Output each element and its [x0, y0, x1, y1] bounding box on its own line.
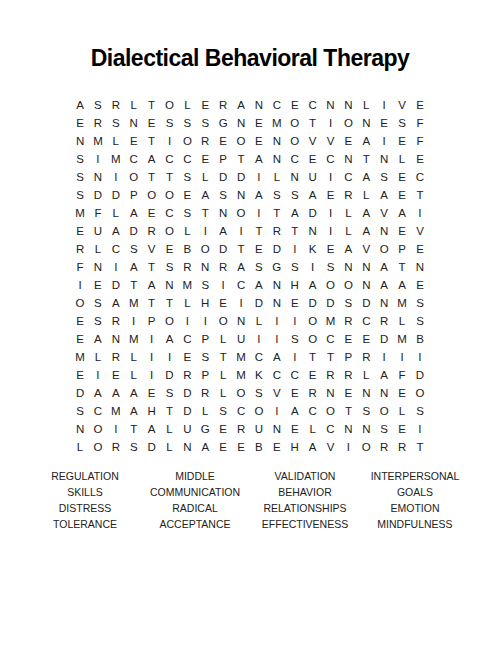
grid-cell-r6c3[interactable]: D [107, 186, 125, 204]
grid-cell-r1c7[interactable]: L [178, 96, 196, 114]
grid-cell-r9c20[interactable]: E [411, 240, 429, 258]
grid-cell-r5c15[interactable]: I [322, 168, 340, 186]
grid-cell-r4c11[interactable]: A [250, 150, 268, 168]
grid-cell-r5c13[interactable]: N [286, 168, 304, 186]
grid-cell-r17c3[interactable]: A [107, 384, 125, 402]
grid-cell-r5c3[interactable]: I [107, 168, 125, 186]
grid-cell-r3c14[interactable]: V [304, 132, 322, 150]
grid-cell-r9c3[interactable]: C [107, 240, 125, 258]
grid-cell-r3c10[interactable]: O [232, 132, 250, 150]
grid-cell-r18c15[interactable]: O [322, 402, 340, 420]
grid-cell-r7c9[interactable]: N [214, 204, 232, 222]
grid-cell-r12c11[interactable]: D [250, 294, 268, 312]
grid-cell-r6c12[interactable]: S [268, 186, 286, 204]
grid-cell-r4c6[interactable]: C [161, 150, 179, 168]
grid-cell-r6c5[interactable]: O [143, 186, 161, 204]
grid-cell-r13c6[interactable]: O [161, 312, 179, 330]
grid-cell-r14c7[interactable]: C [178, 330, 196, 348]
grid-cell-r6c19[interactable]: E [393, 186, 411, 204]
grid-cell-r5c16[interactable]: C [339, 168, 357, 186]
grid-cell-r6c17[interactable]: L [357, 186, 375, 204]
grid-cell-r2c12[interactable]: M [268, 114, 286, 132]
grid-cell-r17c20[interactable]: O [411, 384, 429, 402]
grid-cell-r3c1[interactable]: N [71, 132, 89, 150]
grid-cell-r19c13[interactable]: E [286, 420, 304, 438]
grid-cell-r8c4[interactable]: D [125, 222, 143, 240]
grid-cell-r16c1[interactable]: E [71, 366, 89, 384]
grid-cell-r17c5[interactable]: E [143, 384, 161, 402]
grid-cell-r16c15[interactable]: R [322, 366, 340, 384]
grid-cell-r9c19[interactable]: P [393, 240, 411, 258]
grid-cell-r14c3[interactable]: N [107, 330, 125, 348]
grid-cell-r18c17[interactable]: S [357, 402, 375, 420]
grid-cell-r3c16[interactable]: E [339, 132, 357, 150]
grid-cell-r19c19[interactable]: E [393, 420, 411, 438]
grid-cell-r9c8[interactable]: O [196, 240, 214, 258]
grid-cell-r3c9[interactable]: E [214, 132, 232, 150]
grid-cell-r16c2[interactable]: I [89, 366, 107, 384]
grid-cell-r13c8[interactable]: I [196, 312, 214, 330]
grid-cell-r8c6[interactable]: O [161, 222, 179, 240]
grid-cell-r19c16[interactable]: N [339, 420, 357, 438]
grid-cell-r12c19[interactable]: M [393, 294, 411, 312]
grid-cell-r19c3[interactable]: I [107, 420, 125, 438]
grid-cell-r17c11[interactable]: S [250, 384, 268, 402]
grid-cell-r2c20[interactable]: F [411, 114, 429, 132]
grid-cell-r14c4[interactable]: M [125, 330, 143, 348]
grid-cell-r6c16[interactable]: R [339, 186, 357, 204]
grid-cell-r3c20[interactable]: F [411, 132, 429, 150]
grid-cell-r14c18[interactable]: D [375, 330, 393, 348]
grid-cell-r17c4[interactable]: A [125, 384, 143, 402]
grid-cell-r2c6[interactable]: S [161, 114, 179, 132]
grid-cell-r13c5[interactable]: P [143, 312, 161, 330]
grid-cell-r19c11[interactable]: U [250, 420, 268, 438]
grid-cell-r5c20[interactable]: C [411, 168, 429, 186]
grid-cell-r3c15[interactable]: V [322, 132, 340, 150]
grid-cell-r5c9[interactable]: D [214, 168, 232, 186]
grid-cell-r3c11[interactable]: E [250, 132, 268, 150]
grid-cell-r4c12[interactable]: N [268, 150, 286, 168]
grid-cell-r6c20[interactable]: T [411, 186, 429, 204]
grid-cell-r3c19[interactable]: E [393, 132, 411, 150]
grid-cell-r9c6[interactable]: E [161, 240, 179, 258]
grid-cell-r7c14[interactable]: D [304, 204, 322, 222]
grid-cell-r10c20[interactable]: N [411, 258, 429, 276]
grid-cell-r20c20[interactable]: T [411, 438, 429, 456]
grid-cell-r1c3[interactable]: R [107, 96, 125, 114]
grid-cell-r5c11[interactable]: I [250, 168, 268, 186]
grid-cell-r8c16[interactable]: L [339, 222, 357, 240]
grid-cell-r10c9[interactable]: R [214, 258, 232, 276]
grid-cell-r8c5[interactable]: R [143, 222, 161, 240]
grid-cell-r17c12[interactable]: V [268, 384, 286, 402]
grid-cell-r18c12[interactable]: I [268, 402, 286, 420]
grid-cell-r8c12[interactable]: R [268, 222, 286, 240]
grid-cell-r20c11[interactable]: B [250, 438, 268, 456]
grid-cell-r9c11[interactable]: E [250, 240, 268, 258]
grid-cell-r2c8[interactable]: S [196, 114, 214, 132]
grid-cell-r19c15[interactable]: C [322, 420, 340, 438]
grid-cell-r8c19[interactable]: E [393, 222, 411, 240]
grid-cell-r8c15[interactable]: I [322, 222, 340, 240]
grid-cell-r17c14[interactable]: R [304, 384, 322, 402]
grid-cell-r2c10[interactable]: N [232, 114, 250, 132]
grid-cell-r11c7[interactable]: M [178, 276, 196, 294]
grid-cell-r2c17[interactable]: N [357, 114, 375, 132]
grid-cell-r20c6[interactable]: L [161, 438, 179, 456]
grid-cell-r19c6[interactable]: L [161, 420, 179, 438]
grid-cell-r3c8[interactable]: R [196, 132, 214, 150]
grid-cell-r9c18[interactable]: O [375, 240, 393, 258]
grid-cell-r13c11[interactable]: L [250, 312, 268, 330]
grid-cell-r16c12[interactable]: C [268, 366, 286, 384]
grid-cell-r14c14[interactable]: O [304, 330, 322, 348]
grid-cell-r16c17[interactable]: L [357, 366, 375, 384]
grid-cell-r2c15[interactable]: I [322, 114, 340, 132]
grid-cell-r15c12[interactable]: A [268, 348, 286, 366]
grid-cell-r11c5[interactable]: A [143, 276, 161, 294]
grid-cell-r10c2[interactable]: N [89, 258, 107, 276]
grid-cell-r12c5[interactable]: T [143, 294, 161, 312]
grid-cell-r6c7[interactable]: E [178, 186, 196, 204]
grid-cell-r7c4[interactable]: A [125, 204, 143, 222]
grid-cell-r14c13[interactable]: S [286, 330, 304, 348]
grid-cell-r11c10[interactable]: C [232, 276, 250, 294]
grid-cell-r9c15[interactable]: E [322, 240, 340, 258]
grid-cell-r16c6[interactable]: D [161, 366, 179, 384]
grid-cell-r9c17[interactable]: V [357, 240, 375, 258]
grid-cell-r17c1[interactable]: D [71, 384, 89, 402]
grid-cell-r7c19[interactable]: A [393, 204, 411, 222]
grid-cell-r1c6[interactable]: O [161, 96, 179, 114]
grid-cell-r5c4[interactable]: O [125, 168, 143, 186]
grid-cell-r20c12[interactable]: E [268, 438, 286, 456]
grid-cell-r2c4[interactable]: N [125, 114, 143, 132]
grid-cell-r15c2[interactable]: L [89, 348, 107, 366]
grid-cell-r17c19[interactable]: E [393, 384, 411, 402]
grid-cell-r18c4[interactable]: A [125, 402, 143, 420]
grid-cell-r5c14[interactable]: U [304, 168, 322, 186]
grid-cell-r3c7[interactable]: O [178, 132, 196, 150]
grid-cell-r9c13[interactable]: I [286, 240, 304, 258]
grid-cell-r17c8[interactable]: R [196, 384, 214, 402]
grid-cell-r16c3[interactable]: E [107, 366, 125, 384]
grid-cell-r18c5[interactable]: H [143, 402, 161, 420]
grid-cell-r15c17[interactable]: R [357, 348, 375, 366]
grid-cell-r18c16[interactable]: T [339, 402, 357, 420]
grid-cell-r16c8[interactable]: P [196, 366, 214, 384]
grid-cell-r16c4[interactable]: L [125, 366, 143, 384]
grid-cell-r1c8[interactable]: E [196, 96, 214, 114]
grid-cell-r16c5[interactable]: I [143, 366, 161, 384]
grid-cell-r6c13[interactable]: S [286, 186, 304, 204]
grid-cell-r12c20[interactable]: S [411, 294, 429, 312]
grid-cell-r1c4[interactable]: L [125, 96, 143, 114]
grid-cell-r14c16[interactable]: E [339, 330, 357, 348]
grid-cell-r12c10[interactable]: I [232, 294, 250, 312]
grid-cell-r12c15[interactable]: D [322, 294, 340, 312]
grid-cell-r13c3[interactable]: R [107, 312, 125, 330]
grid-cell-r5c12[interactable]: L [268, 168, 286, 186]
grid-cell-r2c18[interactable]: E [375, 114, 393, 132]
grid-cell-r10c6[interactable]: S [161, 258, 179, 276]
grid-cell-r4c16[interactable]: N [339, 150, 357, 168]
grid-cell-r8c17[interactable]: A [357, 222, 375, 240]
grid-cell-r16c14[interactable]: E [304, 366, 322, 384]
grid-cell-r20c7[interactable]: N [178, 438, 196, 456]
grid-cell-r8c14[interactable]: N [304, 222, 322, 240]
grid-cell-r10c11[interactable]: S [250, 258, 268, 276]
grid-cell-r19c7[interactable]: U [178, 420, 196, 438]
grid-cell-r3c13[interactable]: O [286, 132, 304, 150]
grid-cell-r16c18[interactable]: A [375, 366, 393, 384]
grid-cell-r13c7[interactable]: I [178, 312, 196, 330]
grid-cell-r10c1[interactable]: F [71, 258, 89, 276]
grid-cell-r19c8[interactable]: G [196, 420, 214, 438]
grid-cell-r8c7[interactable]: L [178, 222, 196, 240]
grid-cell-r11c13[interactable]: H [286, 276, 304, 294]
grid-cell-r2c1[interactable]: E [71, 114, 89, 132]
grid-cell-r12c1[interactable]: O [71, 294, 89, 312]
grid-cell-r11c18[interactable]: A [375, 276, 393, 294]
grid-cell-r11c3[interactable]: D [107, 276, 125, 294]
grid-cell-r8c2[interactable]: U [89, 222, 107, 240]
grid-cell-r7c17[interactable]: A [357, 204, 375, 222]
grid-cell-r7c2[interactable]: F [89, 204, 107, 222]
grid-cell-r2c19[interactable]: S [393, 114, 411, 132]
grid-cell-r7c15[interactable]: I [322, 204, 340, 222]
grid-cell-r15c3[interactable]: R [107, 348, 125, 366]
grid-cell-r11c14[interactable]: A [304, 276, 322, 294]
grid-cell-r19c10[interactable]: R [232, 420, 250, 438]
grid-cell-r14c11[interactable]: I [250, 330, 268, 348]
grid-cell-r9c12[interactable]: D [268, 240, 286, 258]
grid-cell-r4c1[interactable]: S [71, 150, 89, 168]
grid-cell-r17c15[interactable]: N [322, 384, 340, 402]
grid-cell-r1c16[interactable]: N [339, 96, 357, 114]
grid-cell-r2c9[interactable]: G [214, 114, 232, 132]
grid-cell-r17c7[interactable]: D [178, 384, 196, 402]
grid-cell-r1c18[interactable]: I [375, 96, 393, 114]
grid-cell-r14c12[interactable]: I [268, 330, 286, 348]
grid-cell-r6c6[interactable]: O [161, 186, 179, 204]
grid-cell-r3c5[interactable]: T [143, 132, 161, 150]
grid-cell-r4c13[interactable]: C [286, 150, 304, 168]
grid-cell-r13c17[interactable]: C [357, 312, 375, 330]
grid-cell-r19c1[interactable]: N [71, 420, 89, 438]
grid-cell-r5c10[interactable]: D [232, 168, 250, 186]
grid-cell-r1c9[interactable]: R [214, 96, 232, 114]
grid-cell-r19c9[interactable]: E [214, 420, 232, 438]
grid-cell-r20c10[interactable]: E [232, 438, 250, 456]
grid-cell-r6c15[interactable]: E [322, 186, 340, 204]
grid-cell-r2c3[interactable]: S [107, 114, 125, 132]
grid-cell-r19c12[interactable]: N [268, 420, 286, 438]
grid-cell-r4c10[interactable]: T [232, 150, 250, 168]
grid-cell-r15c19[interactable]: I [393, 348, 411, 366]
grid-cell-r12c17[interactable]: D [357, 294, 375, 312]
grid-cell-r18c13[interactable]: A [286, 402, 304, 420]
grid-cell-r20c9[interactable]: E [214, 438, 232, 456]
grid-cell-r12c9[interactable]: E [214, 294, 232, 312]
grid-cell-r5c5[interactable]: T [143, 168, 161, 186]
grid-cell-r9c1[interactable]: R [71, 240, 89, 258]
grid-cell-r6c9[interactable]: S [214, 186, 232, 204]
grid-cell-r7c11[interactable]: I [250, 204, 268, 222]
grid-cell-r12c2[interactable]: S [89, 294, 107, 312]
grid-cell-r14c15[interactable]: C [322, 330, 340, 348]
grid-cell-r15c13[interactable]: I [286, 348, 304, 366]
grid-cell-r4c17[interactable]: T [357, 150, 375, 168]
grid-cell-r19c17[interactable]: N [357, 420, 375, 438]
grid-cell-r1c12[interactable]: C [268, 96, 286, 114]
grid-cell-r13c15[interactable]: M [322, 312, 340, 330]
grid-cell-r15c20[interactable]: I [411, 348, 429, 366]
grid-cell-r12c14[interactable]: D [304, 294, 322, 312]
grid-cell-r18c7[interactable]: D [178, 402, 196, 420]
grid-cell-r4c2[interactable]: I [89, 150, 107, 168]
grid-cell-r3c12[interactable]: N [268, 132, 286, 150]
grid-cell-r6c11[interactable]: A [250, 186, 268, 204]
grid-cell-r5c1[interactable]: S [71, 168, 89, 186]
grid-cell-r5c6[interactable]: T [161, 168, 179, 186]
grid-cell-r1c5[interactable]: T [143, 96, 161, 114]
grid-cell-r11c20[interactable]: E [411, 276, 429, 294]
grid-cell-r18c14[interactable]: C [304, 402, 322, 420]
grid-cell-r4c5[interactable]: A [143, 150, 161, 168]
grid-cell-r5c2[interactable]: N [89, 168, 107, 186]
grid-cell-r13c20[interactable]: S [411, 312, 429, 330]
grid-cell-r3c18[interactable]: I [375, 132, 393, 150]
grid-cell-r6c18[interactable]: A [375, 186, 393, 204]
grid-cell-r6c2[interactable]: D [89, 186, 107, 204]
grid-cell-r1c14[interactable]: C [304, 96, 322, 114]
grid-cell-r20c17[interactable]: O [357, 438, 375, 456]
grid-cell-r5c7[interactable]: S [178, 168, 196, 186]
grid-cell-r7c1[interactable]: M [71, 204, 89, 222]
grid-cell-r6c4[interactable]: P [125, 186, 143, 204]
grid-cell-r1c20[interactable]: E [411, 96, 429, 114]
grid-cell-r10c17[interactable]: N [357, 258, 375, 276]
grid-cell-r17c6[interactable]: S [161, 384, 179, 402]
grid-cell-r1c11[interactable]: N [250, 96, 268, 114]
grid-cell-r14c20[interactable]: B [411, 330, 429, 348]
grid-cell-r13c13[interactable]: I [286, 312, 304, 330]
grid-cell-r3c4[interactable]: E [125, 132, 143, 150]
grid-cell-r15c9[interactable]: T [214, 348, 232, 366]
grid-cell-r17c9[interactable]: L [214, 384, 232, 402]
grid-cell-r15c11[interactable]: C [250, 348, 268, 366]
grid-cell-r2c11[interactable]: E [250, 114, 268, 132]
grid-cell-r7c3[interactable]: L [107, 204, 125, 222]
grid-cell-r7c12[interactable]: T [268, 204, 286, 222]
grid-cell-r16c16[interactable]: R [339, 366, 357, 384]
grid-cell-r15c7[interactable]: E [178, 348, 196, 366]
grid-cell-r11c19[interactable]: A [393, 276, 411, 294]
grid-cell-r1c19[interactable]: V [393, 96, 411, 114]
grid-cell-r4c15[interactable]: C [322, 150, 340, 168]
grid-cell-r10c10[interactable]: A [232, 258, 250, 276]
grid-cell-r12c7[interactable]: L [178, 294, 196, 312]
grid-cell-r5c19[interactable]: E [393, 168, 411, 186]
grid-cell-r5c17[interactable]: A [357, 168, 375, 186]
grid-cell-r8c13[interactable]: T [286, 222, 304, 240]
grid-cell-r18c1[interactable]: S [71, 402, 89, 420]
grid-cell-r17c16[interactable]: E [339, 384, 357, 402]
grid-cell-r20c1[interactable]: L [71, 438, 89, 456]
grid-cell-r7c16[interactable]: L [339, 204, 357, 222]
grid-cell-r1c17[interactable]: L [357, 96, 375, 114]
grid-cell-r10c15[interactable]: S [322, 258, 340, 276]
grid-cell-r20c14[interactable]: A [304, 438, 322, 456]
grid-cell-r8c20[interactable]: V [411, 222, 429, 240]
grid-cell-r16c9[interactable]: L [214, 366, 232, 384]
grid-cell-r15c1[interactable]: M [71, 348, 89, 366]
grid-cell-r12c16[interactable]: S [339, 294, 357, 312]
grid-cell-r14c17[interactable]: E [357, 330, 375, 348]
grid-cell-r17c10[interactable]: O [232, 384, 250, 402]
grid-cell-r18c9[interactable]: S [214, 402, 232, 420]
grid-cell-r10c8[interactable]: N [196, 258, 214, 276]
grid-cell-r11c12[interactable]: N [268, 276, 286, 294]
grid-cell-r19c14[interactable]: L [304, 420, 322, 438]
grid-cell-r9c16[interactable]: A [339, 240, 357, 258]
grid-cell-r3c3[interactable]: L [107, 132, 125, 150]
grid-cell-r20c19[interactable]: R [393, 438, 411, 456]
grid-cell-r12c8[interactable]: H [196, 294, 214, 312]
grid-cell-r8c8[interactable]: I [196, 222, 214, 240]
grid-cell-r15c15[interactable]: T [322, 348, 340, 366]
grid-cell-r13c19[interactable]: L [393, 312, 411, 330]
grid-cell-r11c15[interactable]: O [322, 276, 340, 294]
grid-cell-r4c7[interactable]: C [178, 150, 196, 168]
grid-cell-r3c6[interactable]: I [161, 132, 179, 150]
grid-cell-r10c4[interactable]: A [125, 258, 143, 276]
grid-cell-r13c18[interactable]: R [375, 312, 393, 330]
grid-cell-r10c13[interactable]: S [286, 258, 304, 276]
grid-cell-r12c6[interactable]: T [161, 294, 179, 312]
grid-cell-r15c10[interactable]: M [232, 348, 250, 366]
grid-cell-r2c5[interactable]: E [143, 114, 161, 132]
grid-cell-r19c5[interactable]: A [143, 420, 161, 438]
grid-cell-r19c4[interactable]: T [125, 420, 143, 438]
grid-cell-r12c13[interactable]: E [286, 294, 304, 312]
grid-cell-r15c6[interactable]: I [161, 348, 179, 366]
grid-cell-r1c15[interactable]: N [322, 96, 340, 114]
grid-cell-r10c19[interactable]: T [393, 258, 411, 276]
grid-cell-r20c2[interactable]: O [89, 438, 107, 456]
grid-cell-r10c3[interactable]: I [107, 258, 125, 276]
grid-cell-r20c5[interactable]: D [143, 438, 161, 456]
grid-cell-r14c19[interactable]: M [393, 330, 411, 348]
grid-cell-r8c1[interactable]: E [71, 222, 89, 240]
grid-cell-r10c12[interactable]: G [268, 258, 286, 276]
grid-cell-r12c18[interactable]: N [375, 294, 393, 312]
grid-cell-r8c3[interactable]: A [107, 222, 125, 240]
grid-cell-r15c8[interactable]: S [196, 348, 214, 366]
grid-cell-r19c2[interactable]: O [89, 420, 107, 438]
grid-cell-r14c5[interactable]: I [143, 330, 161, 348]
grid-cell-r7c13[interactable]: A [286, 204, 304, 222]
grid-cell-r16c11[interactable]: K [250, 366, 268, 384]
grid-cell-r17c2[interactable]: A [89, 384, 107, 402]
grid-cell-r9c2[interactable]: L [89, 240, 107, 258]
grid-cell-r17c13[interactable]: E [286, 384, 304, 402]
grid-cell-r20c16[interactable]: I [339, 438, 357, 456]
grid-cell-r8c9[interactable]: A [214, 222, 232, 240]
grid-cell-r10c7[interactable]: R [178, 258, 196, 276]
